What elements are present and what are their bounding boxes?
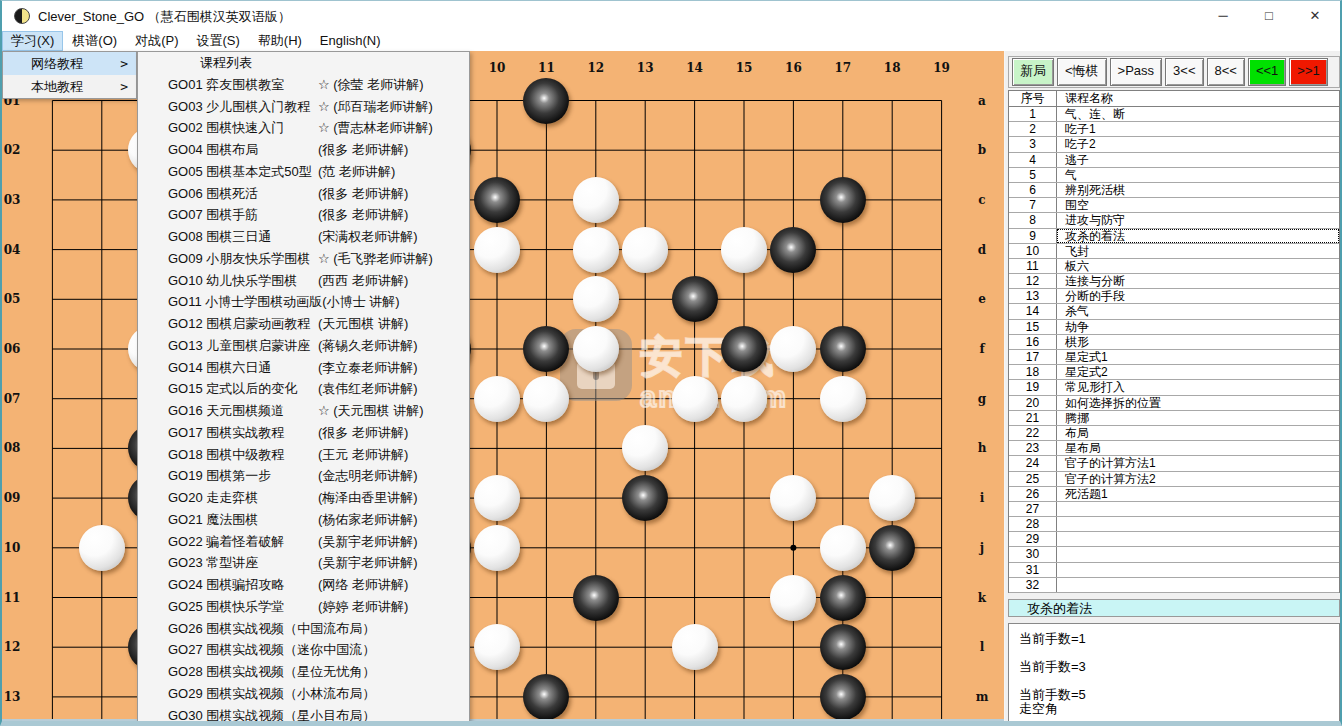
board-row-label-left: 08 — [4, 441, 21, 455]
menubar-item-1[interactable]: 棋谱(O) — [63, 31, 126, 51]
pass-button[interactable]: >Pass — [1110, 58, 1163, 86]
stone-white[interactable] — [573, 227, 619, 273]
board-row-label-right: m — [976, 690, 989, 704]
stone-white[interactable] — [474, 475, 520, 521]
stone-white[interactable] — [622, 227, 668, 273]
board-row-label-right: g — [978, 392, 986, 406]
stone-white[interactable] — [721, 227, 767, 273]
stone-white[interactable] — [672, 376, 718, 422]
course-menu-item-go23[interactable]: GO23 常型讲座(吴新宇老师讲解) — [138, 552, 469, 574]
course-row-21[interactable]: 21腾挪 — [1009, 411, 1339, 426]
course-row-16[interactable]: 16棋形 — [1009, 335, 1339, 350]
course-row-30[interactable]: 30 — [1009, 547, 1339, 562]
board-col-label: 13 — [637, 61, 654, 75]
submenu-header-course-list[interactable]: 课程列表 — [138, 52, 469, 74]
right-panel: 新局<悔棋>Pass3<<8<<<<1>>1 序号课程名称1气、连、断2吃子13… — [1005, 51, 1342, 725]
col-header-no: 序号 — [1009, 91, 1057, 106]
course-menu-item-go02[interactable]: GO02 围棋快速入门☆ (曹志林老师讲解) — [138, 117, 469, 139]
board-col-label: 12 — [587, 61, 604, 75]
board-row-label-right: k — [978, 591, 986, 605]
course-menu-item-go27[interactable]: GO27 围棋实战视频（迷你中国流） — [138, 639, 469, 661]
course-row-10[interactable]: 10飞封 — [1009, 244, 1339, 259]
stone-white[interactable] — [573, 276, 619, 322]
course-row-12[interactable]: 12连接与分断 — [1009, 274, 1339, 289]
course-row-15[interactable]: 15劫争 — [1009, 320, 1339, 335]
menu-item-network-tutorials[interactable]: 网络教程 > — [3, 52, 136, 75]
prev-move-button[interactable]: <<1 — [1248, 58, 1286, 86]
stone-black[interactable] — [820, 624, 866, 670]
app-window: Clever_Stone_GO （慧石围棋汉英双语版） ─ □ ✕ 学习(X)棋… — [0, 0, 1342, 726]
back3-button[interactable]: 3<< — [1165, 58, 1203, 86]
board-row-label-left: 03 — [4, 193, 21, 207]
course-menu-item-go11[interactable]: GO11 小博士学围棋动画版(小博士 讲解) — [138, 291, 469, 313]
course-row-6[interactable]: 6辨别死活棋 — [1009, 183, 1339, 198]
course-menu-item-go30[interactable]: GO30 围棋实战视频（星小目布局） — [138, 705, 469, 726]
learn-menu-dropdown: 网络教程 > 本地教程 > — [2, 51, 137, 99]
stone-white[interactable] — [770, 326, 816, 372]
col-header-name: 课程名称 — [1057, 91, 1339, 106]
board-row-label-left: 04 — [4, 243, 21, 257]
course-menu-item-go14[interactable]: GO14 围棋六日通(李立泰老师讲解) — [138, 357, 469, 379]
stone-white[interactable] — [622, 425, 668, 471]
course-row-25[interactable]: 25官子的计算方法2 — [1009, 472, 1339, 487]
course-row-9[interactable]: 9攻杀的着法 — [1009, 229, 1339, 244]
course-menu-item-go13[interactable]: GO13 儿童围棋启蒙讲座(蒋锡久老师讲解) — [138, 335, 469, 357]
board-row-label-right: c — [978, 193, 985, 207]
course-row-26[interactable]: 26死活题1 — [1009, 487, 1339, 502]
course-row-4[interactable]: 4逃子 — [1009, 153, 1339, 168]
board-row-label-left: 11 — [4, 591, 21, 605]
course-menu-item-go26[interactable]: GO26 围棋实战视频（中国流布局） — [138, 618, 469, 640]
course-menu-item-go06[interactable]: GO06 围棋死活(很多 老师讲解) — [138, 183, 469, 205]
close-button[interactable]: ✕ — [1292, 1, 1338, 31]
stone-white[interactable] — [820, 525, 866, 571]
course-list-submenu: 课程列表GO01 弈友围棋教室☆ (徐莹 老师讲解)GO03 少儿围棋入门教程☆… — [137, 51, 470, 726]
course-menu-item-go19[interactable]: GO19 围棋第一步(金志明老师讲解) — [138, 465, 469, 487]
course-menu-item-go08[interactable]: GO08 围棋三日通(宋满权老师讲解) — [138, 226, 469, 248]
stone-white[interactable] — [573, 326, 619, 372]
board-col-label: 14 — [686, 61, 703, 75]
course-menu-item-go12[interactable]: GO12 围棋启蒙动画教程(天元围棋 讲解) — [138, 313, 469, 335]
back8-button[interactable]: 8<< — [1207, 58, 1245, 86]
next-move-button[interactable]: >>1 — [1289, 58, 1327, 86]
stone-white[interactable] — [770, 575, 816, 621]
course-row-14[interactable]: 14杀气 — [1009, 304, 1339, 319]
course-table: 序号课程名称1气、连、断2吃子13吃子24逃子5气6辨别死活棋7围空8进攻与防守… — [1008, 90, 1340, 593]
course-row-22[interactable]: 22布局 — [1009, 426, 1339, 441]
board-col-label: 19 — [933, 61, 950, 75]
course-row-2[interactable]: 2吃子1 — [1009, 122, 1339, 137]
course-row-24[interactable]: 24官子的计算方法1 — [1009, 456, 1339, 471]
submenu-arrow-icon: > — [120, 75, 128, 98]
board-row-label-left: 13 — [4, 690, 21, 704]
course-row-5[interactable]: 5气 — [1009, 168, 1339, 183]
stone-white[interactable] — [474, 525, 520, 571]
stone-black[interactable] — [721, 326, 767, 372]
course-menu-item-go25[interactable]: GO25 围棋快乐学堂(婷婷 老师讲解) — [138, 596, 469, 618]
board-col-label: 18 — [884, 61, 901, 75]
board-row-label-left: 02 — [4, 143, 21, 157]
course-row-20[interactable]: 20如何选择拆的位置 — [1009, 396, 1339, 411]
course-menu-item-go15[interactable]: GO15 定式以后的变化(袁伟红老师讲解) — [138, 378, 469, 400]
board-col-label: 17 — [834, 61, 851, 75]
stone-black[interactable] — [672, 276, 718, 322]
maximize-button[interactable]: □ — [1246, 1, 1292, 31]
title-bar: Clever_Stone_GO （慧石围棋汉英双语版） ─ □ ✕ — [2, 1, 1340, 31]
course-menu-item-go24[interactable]: GO24 围棋骗招攻略(网络 老师讲解) — [138, 574, 469, 596]
course-row-13[interactable]: 13分断的手段 — [1009, 289, 1339, 304]
course-menu-item-go05[interactable]: GO05 围棋基本定式50型(范 老师讲解) — [138, 161, 469, 183]
board-row-label-right: a — [978, 94, 986, 108]
stone-black[interactable] — [820, 177, 866, 223]
course-menu-item-go03[interactable]: GO03 少儿围棋入门教程☆ (邱百瑞老师讲解) — [138, 96, 469, 118]
stone-black[interactable] — [770, 227, 816, 273]
board-col-label: 11 — [538, 61, 555, 75]
menubar-item-0[interactable]: 学习(X) — [2, 31, 63, 51]
course-row-29[interactable]: 29 — [1009, 532, 1339, 547]
course-menu-item-go04[interactable]: GO04 围棋布局(很多 老师讲解) — [138, 139, 469, 161]
course-row-11[interactable]: 11板六 — [1009, 259, 1339, 274]
course-row-8[interactable]: 8进攻与防守 — [1009, 213, 1339, 228]
course-row-27[interactable]: 27 — [1009, 502, 1339, 517]
stone-white[interactable] — [79, 525, 125, 571]
submenu-arrow-icon: > — [120, 52, 128, 75]
course-row-7[interactable]: 7围空 — [1009, 198, 1339, 213]
move-info-box: 当前手数=1 当前手数=3 当前手数=5 走空角 — [1008, 623, 1340, 723]
board-row-label-left: 05 — [4, 292, 21, 306]
board-row-label-right: h — [978, 441, 987, 455]
stone-white[interactable] — [523, 376, 569, 422]
stone-white[interactable] — [721, 376, 767, 422]
stone-black[interactable] — [523, 674, 569, 719]
stone-black[interactable] — [820, 674, 866, 719]
board-col-label: 10 — [489, 61, 506, 75]
board-row-label-right: i — [980, 491, 985, 505]
menu-item-local-tutorials[interactable]: 本地教程 > — [3, 75, 136, 98]
course-row-1[interactable]: 1气、连、断 — [1009, 107, 1339, 122]
stone-black[interactable] — [523, 326, 569, 372]
stone-white[interactable] — [474, 624, 520, 670]
menubar-item-3[interactable]: 设置(S) — [187, 31, 248, 51]
stone-black[interactable] — [573, 575, 619, 621]
board-row-label-right: f — [979, 342, 984, 356]
current-course-status: 攻杀的着法 — [1008, 599, 1340, 617]
new-game-button[interactable]: 新局 — [1012, 58, 1054, 86]
menu-bar: 学习(X)棋谱(O)对战(P)设置(S)帮助(H)English(N) — [2, 31, 1340, 51]
course-row-3[interactable]: 3吃子2 — [1009, 137, 1339, 152]
course-menu-item-go22[interactable]: GO22 骗着怪着破解(吴新宇老师讲解) — [138, 531, 469, 553]
course-menu-item-go21[interactable]: GO21 魔法围棋(杨佑家老师讲解) — [138, 509, 469, 531]
course-row-31[interactable]: 31 — [1009, 563, 1339, 578]
board-row-label-left: 06 — [4, 342, 21, 356]
menubar-item-2[interactable]: 对战(P) — [126, 31, 187, 51]
course-menu-item-go17[interactable]: GO17 围棋实战教程(很多 老师讲解) — [138, 422, 469, 444]
course-menu-item-go07[interactable]: GO07 围棋手筋(很多 老师讲解) — [138, 204, 469, 226]
board-row-label-right: d — [978, 243, 986, 257]
app-logo-icon — [14, 8, 30, 24]
board-row-label-right: j — [980, 541, 984, 555]
stone-black[interactable] — [820, 326, 866, 372]
stone-black[interactable] — [523, 78, 569, 124]
course-table-header: 序号课程名称 — [1009, 91, 1339, 107]
course-menu-item-go16[interactable]: GO16 天元围棋频道☆ (天元围棋 讲解) — [138, 400, 469, 422]
stone-white[interactable] — [672, 624, 718, 670]
stone-white[interactable] — [770, 475, 816, 521]
board-row-label-right: l — [980, 640, 985, 654]
minimize-button[interactable]: ─ — [1200, 1, 1246, 31]
course-row-19[interactable]: 19常见形打入 — [1009, 380, 1339, 395]
board-row-label-left: 09 — [4, 491, 21, 505]
stone-white[interactable] — [820, 376, 866, 422]
board-row-label-left: 10 — [4, 541, 21, 555]
course-row-23[interactable]: 23星布局 — [1009, 441, 1339, 456]
game-toolbar: 新局<悔棋>Pass3<<8<<<<1>>1 — [1008, 56, 1340, 88]
course-row-32[interactable]: 32 — [1009, 578, 1339, 593]
stone-black[interactable] — [474, 177, 520, 223]
menubar-item-5[interactable]: English(N) — [311, 31, 390, 51]
window-title: Clever_Stone_GO （慧石围棋汉英双语版） — [38, 8, 291, 26]
stone-white[interactable] — [869, 475, 915, 521]
stone-white[interactable] — [474, 376, 520, 422]
course-menu-item-go20[interactable]: GO20 走走弈棋(梅泽由香里讲解) — [138, 487, 469, 509]
course-menu-item-go01[interactable]: GO01 弈友围棋教室☆ (徐莹 老师讲解) — [138, 74, 469, 96]
course-menu-item-go18[interactable]: GO18 围棋中级教程(王元 老师讲解) — [138, 444, 469, 466]
stone-black[interactable] — [622, 475, 668, 521]
stone-black[interactable] — [820, 575, 866, 621]
undo-button[interactable]: <悔棋 — [1057, 58, 1107, 86]
course-row-28[interactable]: 28 — [1009, 517, 1339, 532]
stone-white[interactable] — [573, 177, 619, 223]
course-menu-item-go10[interactable]: GO10 幼儿快乐学围棋(西西 老师讲解) — [138, 270, 469, 292]
course-menu-item-go09[interactable]: GO09 小朋友快乐学围棋☆ (毛飞骅老师讲解) — [138, 248, 469, 270]
board-row-label-left: 12 — [4, 640, 21, 654]
board-row-label-left: 07 — [4, 392, 21, 406]
stone-white[interactable] — [474, 227, 520, 273]
course-row-18[interactable]: 18星定式2 — [1009, 365, 1339, 380]
menubar-item-4[interactable]: 帮助(H) — [249, 31, 311, 51]
board-col-label: 15 — [736, 61, 753, 75]
board-row-label-right: e — [978, 292, 986, 306]
board-col-label: 16 — [785, 61, 802, 75]
course-menu-item-go29[interactable]: GO29 围棋实战视频（小林流布局） — [138, 683, 469, 705]
course-menu-item-go28[interactable]: GO28 围棋实战视频（星位无忧角） — [138, 661, 469, 683]
board-row-label-right: b — [978, 143, 986, 157]
course-row-17[interactable]: 17星定式1 — [1009, 350, 1339, 365]
stone-black[interactable] — [869, 525, 915, 571]
